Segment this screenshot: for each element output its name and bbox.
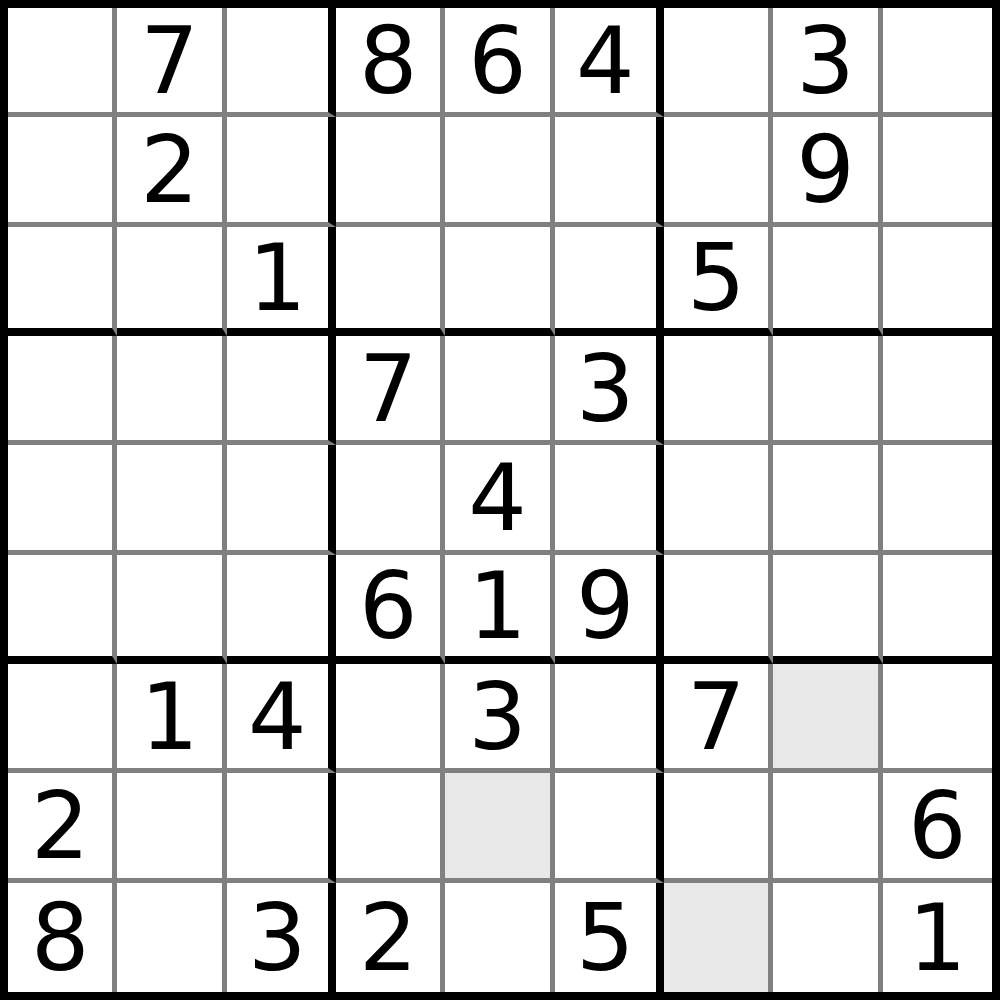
cell-r6c6[interactable]: 9 <box>555 555 664 664</box>
cell-r5c5[interactable]: 4 <box>445 445 554 554</box>
cell-r2c1[interactable] <box>8 117 117 226</box>
given-digit: 2 <box>359 893 418 985</box>
cell-r6c9[interactable] <box>883 555 992 664</box>
cell-r5c7[interactable] <box>664 445 773 554</box>
cell-r9c5[interactable] <box>445 883 554 992</box>
cell-r9c9[interactable]: 1 <box>883 883 992 992</box>
cell-r6c4[interactable]: 6 <box>336 555 445 664</box>
cell-r6c2[interactable] <box>117 555 226 664</box>
cell-r7c4[interactable] <box>336 664 445 773</box>
cell-r9c7[interactable] <box>664 883 773 992</box>
given-digit: 3 <box>468 672 527 764</box>
cell-r8c4[interactable] <box>336 773 445 882</box>
cell-r5c1[interactable] <box>8 445 117 554</box>
cell-r3c8[interactable] <box>773 227 882 336</box>
given-digit: 3 <box>796 16 855 108</box>
sudoku-board: 78643291573461914372683251 <box>0 0 1000 1000</box>
cell-r2c4[interactable] <box>336 117 445 226</box>
given-digit: 2 <box>140 125 199 217</box>
cell-r3c3[interactable]: 1 <box>227 227 336 336</box>
given-digit: 7 <box>359 344 418 436</box>
given-digit: 4 <box>468 453 527 545</box>
cell-r1c3[interactable] <box>227 8 336 117</box>
cell-r1c2[interactable]: 7 <box>117 8 226 117</box>
cell-r4c3[interactable] <box>227 336 336 445</box>
cell-r8c6[interactable] <box>555 773 664 882</box>
given-digit: 2 <box>31 781 90 873</box>
given-digit: 3 <box>248 893 307 985</box>
cell-r9c1[interactable]: 8 <box>8 883 117 992</box>
cell-r2c9[interactable] <box>883 117 992 226</box>
cell-r1c1[interactable] <box>8 8 117 117</box>
cell-r3c5[interactable] <box>445 227 554 336</box>
cell-r4c7[interactable] <box>664 336 773 445</box>
cell-r8c7[interactable] <box>664 773 773 882</box>
given-digit: 8 <box>359 16 418 108</box>
cell-r3c4[interactable] <box>336 227 445 336</box>
cell-r1c4[interactable]: 8 <box>336 8 445 117</box>
given-digit: 7 <box>687 672 746 764</box>
cell-r9c6[interactable]: 5 <box>555 883 664 992</box>
cell-r1c6[interactable]: 4 <box>555 8 664 117</box>
cell-r4c8[interactable] <box>773 336 882 445</box>
cell-r7c9[interactable] <box>883 664 992 773</box>
cell-r1c8[interactable]: 3 <box>773 8 882 117</box>
cell-r9c3[interactable]: 3 <box>227 883 336 992</box>
given-digit: 1 <box>468 561 527 653</box>
cell-r2c3[interactable] <box>227 117 336 226</box>
given-digit: 1 <box>908 893 967 985</box>
cell-r6c1[interactable] <box>8 555 117 664</box>
cell-r9c4[interactable]: 2 <box>336 883 445 992</box>
given-digit: 1 <box>140 672 199 764</box>
cell-r1c7[interactable] <box>664 8 773 117</box>
cell-r1c9[interactable] <box>883 8 992 117</box>
given-digit: 6 <box>359 561 418 653</box>
cell-r7c7[interactable]: 7 <box>664 664 773 773</box>
cell-r3c6[interactable] <box>555 227 664 336</box>
cell-r3c1[interactable] <box>8 227 117 336</box>
cell-r6c7[interactable] <box>664 555 773 664</box>
given-digit: 8 <box>31 893 90 985</box>
cell-r8c8[interactable] <box>773 773 882 882</box>
cell-r8c2[interactable] <box>117 773 226 882</box>
cell-r7c5[interactable]: 3 <box>445 664 554 773</box>
cell-r5c6[interactable] <box>555 445 664 554</box>
cell-r4c2[interactable] <box>117 336 226 445</box>
cell-r3c2[interactable] <box>117 227 226 336</box>
cell-r8c5[interactable] <box>445 773 554 882</box>
given-digit: 9 <box>796 125 855 217</box>
cell-r6c3[interactable] <box>227 555 336 664</box>
cell-r5c3[interactable] <box>227 445 336 554</box>
cell-r8c9[interactable]: 6 <box>883 773 992 882</box>
cell-r7c2[interactable]: 1 <box>117 664 226 773</box>
given-digit: 6 <box>908 781 967 873</box>
cell-r9c2[interactable] <box>117 883 226 992</box>
cell-r9c8[interactable] <box>773 883 882 992</box>
given-digit: 4 <box>248 672 307 764</box>
given-digit: 1 <box>248 233 307 325</box>
cell-r3c7[interactable]: 5 <box>664 227 773 336</box>
cell-r4c6[interactable]: 3 <box>555 336 664 445</box>
given-digit: 6 <box>468 16 527 108</box>
given-digit: 3 <box>576 344 635 436</box>
given-digit: 5 <box>576 893 635 985</box>
cell-r5c9[interactable] <box>883 445 992 554</box>
given-digit: 4 <box>576 16 635 108</box>
given-digit: 5 <box>687 233 746 325</box>
cell-r7c3[interactable]: 4 <box>227 664 336 773</box>
cell-r4c1[interactable] <box>8 336 117 445</box>
cell-r2c8[interactable]: 9 <box>773 117 882 226</box>
cell-r5c8[interactable] <box>773 445 882 554</box>
given-digit: 7 <box>140 16 199 108</box>
cell-r6c8[interactable] <box>773 555 882 664</box>
cell-r5c4[interactable] <box>336 445 445 554</box>
cell-r6c5[interactable]: 1 <box>445 555 554 664</box>
cell-r2c5[interactable] <box>445 117 554 226</box>
cell-r2c2[interactable]: 2 <box>117 117 226 226</box>
cell-r3c9[interactable] <box>883 227 992 336</box>
cell-r8c3[interactable] <box>227 773 336 882</box>
cell-r2c6[interactable] <box>555 117 664 226</box>
cell-r5c2[interactable] <box>117 445 226 554</box>
cell-r1c5[interactable]: 6 <box>445 8 554 117</box>
cell-r2c7[interactable] <box>664 117 773 226</box>
cell-r7c1[interactable] <box>8 664 117 773</box>
cell-r7c6[interactable] <box>555 664 664 773</box>
cell-r8c1[interactable]: 2 <box>8 773 117 882</box>
cell-r4c9[interactable] <box>883 336 992 445</box>
cell-r7c8[interactable] <box>773 664 882 773</box>
given-digit: 9 <box>576 561 635 653</box>
cell-r4c4[interactable]: 7 <box>336 336 445 445</box>
cell-r4c5[interactable] <box>445 336 554 445</box>
